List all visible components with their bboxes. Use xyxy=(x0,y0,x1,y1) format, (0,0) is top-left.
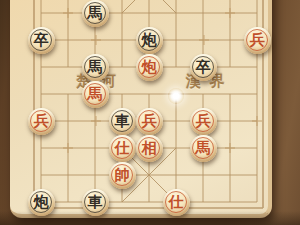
piece-glyph: 仕 xyxy=(115,140,130,155)
piece-red-pawn[interactable]: 兵 xyxy=(28,108,55,135)
piece-black-pawn[interactable]: 卒 xyxy=(190,54,217,81)
piece-glyph: 馬 xyxy=(88,59,103,74)
xiangqi-game-screen: 楚河 漢界 馬卒炮兵馬炮卒馬兵車兵兵仕相馬帥炮車仕 xyxy=(0,0,300,225)
piece-glyph: 馬 xyxy=(196,140,211,155)
piece-glyph: 卒 xyxy=(196,59,211,74)
piece-glyph: 仕 xyxy=(169,194,184,209)
piece-glyph: 炮 xyxy=(142,32,157,47)
piece-glyph: 兵 xyxy=(34,113,49,128)
piece-glyph: 相 xyxy=(142,140,157,155)
piece-glyph: 卒 xyxy=(34,32,49,47)
piece-red-elephant[interactable]: 相 xyxy=(136,135,163,162)
piece-black-cannon[interactable]: 炮 xyxy=(28,189,55,216)
piece-red-cannon[interactable]: 炮 xyxy=(136,54,163,81)
piece-glyph: 炮 xyxy=(142,59,157,74)
piece-black-cannon[interactable]: 炮 xyxy=(136,27,163,54)
piece-red-pawn[interactable]: 兵 xyxy=(190,108,217,135)
piece-glyph: 車 xyxy=(115,113,130,128)
piece-glyph: 兵 xyxy=(250,32,265,47)
piece-black-chariot[interactable]: 車 xyxy=(109,108,136,135)
piece-black-horse[interactable]: 馬 xyxy=(82,0,109,27)
piece-glyph: 馬 xyxy=(88,5,103,20)
piece-red-horse[interactable]: 馬 xyxy=(190,135,217,162)
piece-red-advisor[interactable]: 仕 xyxy=(109,135,136,162)
piece-glyph: 炮 xyxy=(34,194,49,209)
piece-glyph: 車 xyxy=(88,194,103,209)
piece-red-pawn[interactable]: 兵 xyxy=(244,27,271,54)
piece-glyph: 兵 xyxy=(196,113,211,128)
piece-glyph: 帥 xyxy=(115,167,130,182)
piece-red-general[interactable]: 帥 xyxy=(109,162,136,189)
piece-red-pawn[interactable]: 兵 xyxy=(136,108,163,135)
piece-glyph: 兵 xyxy=(142,113,157,128)
piece-glyph: 馬 xyxy=(88,86,103,101)
piece-black-chariot[interactable]: 車 xyxy=(82,189,109,216)
piece-red-horse[interactable]: 馬 xyxy=(82,81,109,108)
piece-red-advisor[interactable]: 仕 xyxy=(163,189,190,216)
piece-black-horse[interactable]: 馬 xyxy=(82,54,109,81)
piece-black-pawn[interactable]: 卒 xyxy=(28,27,55,54)
